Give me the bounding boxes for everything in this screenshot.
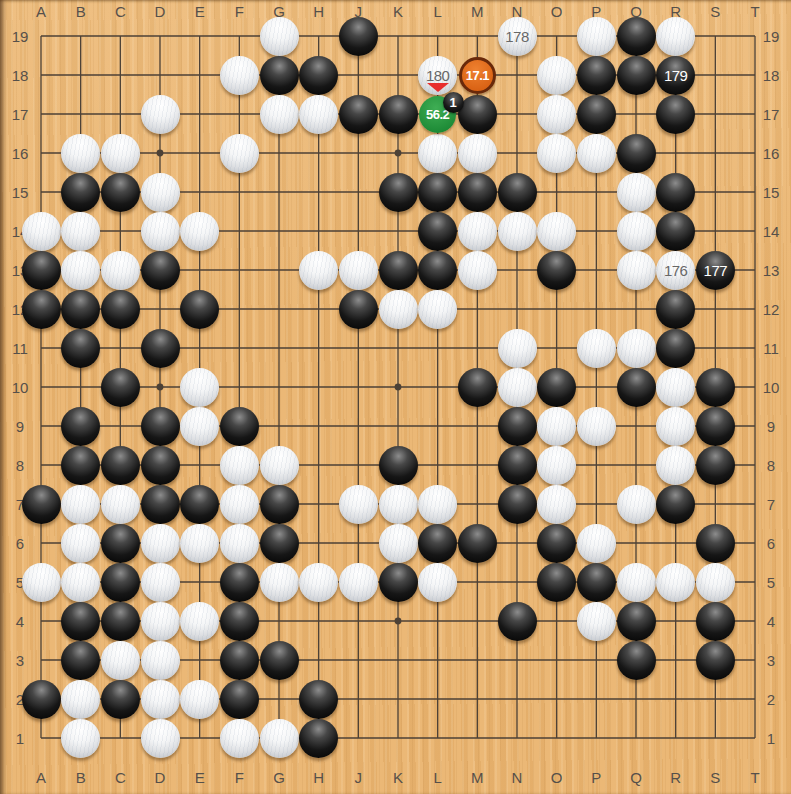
move-number-180: 180 xyxy=(418,56,457,95)
coord-bottom-L: L xyxy=(433,769,441,786)
stone-black-H1 xyxy=(299,719,338,758)
coord-bottom-B: B xyxy=(76,769,86,786)
stone-white-G8 xyxy=(260,446,299,485)
stone-white-O18 xyxy=(537,56,576,95)
stone-white-K12 xyxy=(379,290,418,329)
stone-black-K8 xyxy=(379,446,418,485)
ai-suggestion-M18[interactable]: 17.1 xyxy=(459,57,496,94)
stone-black-Q3 xyxy=(617,641,656,680)
stone-black-C4 xyxy=(101,602,140,641)
stone-white-M16 xyxy=(458,134,497,173)
move-number-177: 177 xyxy=(696,251,735,290)
stone-black-O10 xyxy=(537,368,576,407)
stone-white-O16 xyxy=(537,134,576,173)
stone-black-D7 xyxy=(141,485,180,524)
coord-right-16: 16 xyxy=(763,145,780,162)
coord-bottom-M: M xyxy=(471,769,484,786)
stone-black-P5 xyxy=(577,563,616,602)
coord-top-L: L xyxy=(433,3,441,20)
coord-left-18: 18 xyxy=(12,67,29,84)
move-number-179: 179 xyxy=(656,56,695,95)
stone-white-S5 xyxy=(696,563,735,602)
stone-white-C16 xyxy=(101,134,140,173)
stone-white-L16 xyxy=(418,134,457,173)
stone-white-G5 xyxy=(260,563,299,602)
stone-black-A2 xyxy=(22,680,61,719)
stone-black-B12 xyxy=(61,290,100,329)
coord-right-3: 3 xyxy=(767,652,775,669)
stone-black-M15 xyxy=(458,173,497,212)
coord-right-7: 7 xyxy=(767,496,775,513)
stone-white-D15 xyxy=(141,173,180,212)
coord-top-H: H xyxy=(313,3,324,20)
ai-suggestion-value: 17.1 xyxy=(466,68,489,83)
stone-black-J17 xyxy=(339,95,378,134)
stone-black-F3 xyxy=(220,641,259,680)
stone-black-G3 xyxy=(260,641,299,680)
coord-top-S: S xyxy=(710,3,720,20)
coord-right-10: 10 xyxy=(763,379,780,396)
coord-right-5: 5 xyxy=(767,574,775,591)
stone-white-C7 xyxy=(101,485,140,524)
stone-black-E12 xyxy=(180,290,219,329)
stone-white-B13 xyxy=(61,251,100,290)
coord-right-6: 6 xyxy=(767,535,775,552)
coord-left-15: 15 xyxy=(12,184,29,201)
coord-right-4: 4 xyxy=(767,613,775,630)
coord-bottom-H: H xyxy=(313,769,324,786)
stone-white-Q15 xyxy=(617,173,656,212)
coord-bottom-J: J xyxy=(355,769,363,786)
coord-left-4: 4 xyxy=(16,613,24,630)
stone-black-R12 xyxy=(656,290,695,329)
stone-black-L14 xyxy=(418,212,457,251)
coord-left-1: 1 xyxy=(16,730,24,747)
coord-bottom-D: D xyxy=(155,769,166,786)
stone-black-B3 xyxy=(61,641,100,680)
stone-black-B8 xyxy=(61,446,100,485)
stone-white-R13: 176 xyxy=(656,251,695,290)
coord-right-19: 19 xyxy=(763,28,780,45)
stone-white-Q11 xyxy=(617,329,656,368)
stone-white-K6 xyxy=(379,524,418,563)
stone-black-E7 xyxy=(180,485,219,524)
coord-bottom-G: G xyxy=(273,769,285,786)
stone-black-R18: 179 xyxy=(656,56,695,95)
stone-white-D5 xyxy=(141,563,180,602)
coord-right-18: 18 xyxy=(763,67,780,84)
stone-black-R15 xyxy=(656,173,695,212)
stone-white-H13 xyxy=(299,251,338,290)
coord-top-A: A xyxy=(36,3,46,20)
stone-white-J13 xyxy=(339,251,378,290)
coord-right-11: 11 xyxy=(763,340,779,357)
coord-bottom-R: R xyxy=(670,769,681,786)
coord-bottom-S: S xyxy=(710,769,720,786)
stone-white-L5 xyxy=(418,563,457,602)
stone-black-K17 xyxy=(379,95,418,134)
stone-white-C13 xyxy=(101,251,140,290)
stone-white-O14 xyxy=(537,212,576,251)
stone-white-R19 xyxy=(656,17,695,56)
stone-black-P17 xyxy=(577,95,616,134)
coord-right-17: 17 xyxy=(763,106,780,123)
coord-left-9: 9 xyxy=(16,418,24,435)
stone-white-P4 xyxy=(577,602,616,641)
stone-white-L18: 180 xyxy=(418,56,457,95)
stone-black-R11 xyxy=(656,329,695,368)
stone-white-F8 xyxy=(220,446,259,485)
stone-black-C8 xyxy=(101,446,140,485)
stone-black-C6 xyxy=(101,524,140,563)
stone-black-F9 xyxy=(220,407,259,446)
stone-white-A14 xyxy=(22,212,61,251)
coord-bottom-N: N xyxy=(512,769,523,786)
coord-top-D: D xyxy=(155,3,166,20)
stone-black-A7 xyxy=(22,485,61,524)
stone-black-S13: 177 xyxy=(696,251,735,290)
stone-white-N11 xyxy=(498,329,537,368)
stone-black-R17 xyxy=(656,95,695,134)
stone-black-M17 xyxy=(458,95,497,134)
coord-bottom-E: E xyxy=(195,769,205,786)
stone-white-B2 xyxy=(61,680,100,719)
stone-white-P6 xyxy=(577,524,616,563)
stone-black-B11 xyxy=(61,329,100,368)
stone-black-N7 xyxy=(498,485,537,524)
coord-top-C: C xyxy=(115,3,126,20)
stone-white-G17 xyxy=(260,95,299,134)
stone-black-D8 xyxy=(141,446,180,485)
coord-bottom-F: F xyxy=(235,769,244,786)
stone-black-L13 xyxy=(418,251,457,290)
go-board[interactable]: AABBCCDDEEFFGGHHJJKKLLMMNNOOPPQQRRSSTT19… xyxy=(0,0,791,794)
coord-right-12: 12 xyxy=(763,301,780,318)
stone-white-B7 xyxy=(61,485,100,524)
stone-black-K13 xyxy=(379,251,418,290)
coord-left-10: 10 xyxy=(12,379,29,396)
coord-left-8: 8 xyxy=(16,457,24,474)
stone-white-Q7 xyxy=(617,485,656,524)
coord-bottom-C: C xyxy=(115,769,126,786)
coord-left-11: 11 xyxy=(12,340,28,357)
stone-white-B16 xyxy=(61,134,100,173)
stone-white-Q5 xyxy=(617,563,656,602)
stone-black-O5 xyxy=(537,563,576,602)
coord-bottom-O: O xyxy=(551,769,563,786)
stone-white-Q14 xyxy=(617,212,656,251)
stone-black-H18 xyxy=(299,56,338,95)
stone-white-N14 xyxy=(498,212,537,251)
stone-white-D14 xyxy=(141,212,180,251)
coord-left-16: 16 xyxy=(12,145,29,162)
stone-black-Q18 xyxy=(617,56,656,95)
stone-white-P9 xyxy=(577,407,616,446)
stone-white-P19 xyxy=(577,17,616,56)
stone-black-G6 xyxy=(260,524,299,563)
coord-right-9: 9 xyxy=(767,418,775,435)
stone-black-J19 xyxy=(339,17,378,56)
coord-bottom-A: A xyxy=(36,769,46,786)
stone-black-B4 xyxy=(61,602,100,641)
stone-black-N9 xyxy=(498,407,537,446)
stone-black-Q16 xyxy=(617,134,656,173)
stone-white-R10 xyxy=(656,368,695,407)
stone-black-O13 xyxy=(537,251,576,290)
stone-white-L12 xyxy=(418,290,457,329)
stone-white-N10 xyxy=(498,368,537,407)
coord-right-1: 1 xyxy=(767,730,775,747)
stone-black-Q10 xyxy=(617,368,656,407)
stone-white-F18 xyxy=(220,56,259,95)
stone-black-J12 xyxy=(339,290,378,329)
stone-white-O7 xyxy=(537,485,576,524)
stone-white-R9 xyxy=(656,407,695,446)
variation-move-1-stone: 1 xyxy=(443,92,464,113)
stone-white-B1 xyxy=(61,719,100,758)
stone-white-A5 xyxy=(22,563,61,602)
stone-white-B5 xyxy=(61,563,100,602)
stone-black-F2 xyxy=(220,680,259,719)
stone-white-D1 xyxy=(141,719,180,758)
stone-black-K5 xyxy=(379,563,418,602)
move-number-176: 176 xyxy=(656,251,695,290)
stone-black-L6 xyxy=(418,524,457,563)
stone-white-M14 xyxy=(458,212,497,251)
stone-black-M10 xyxy=(458,368,497,407)
stone-white-F16 xyxy=(220,134,259,173)
stone-black-A13 xyxy=(22,251,61,290)
stone-black-C5 xyxy=(101,563,140,602)
stone-black-B9 xyxy=(61,407,100,446)
stone-black-R7 xyxy=(656,485,695,524)
coord-right-15: 15 xyxy=(763,184,780,201)
stone-white-C3 xyxy=(101,641,140,680)
stone-white-H17 xyxy=(299,95,338,134)
stone-black-F5 xyxy=(220,563,259,602)
coord-top-M: M xyxy=(471,3,484,20)
stone-black-S6 xyxy=(696,524,735,563)
coord-left-17: 17 xyxy=(12,106,29,123)
stone-white-O9 xyxy=(537,407,576,446)
stone-white-F1 xyxy=(220,719,259,758)
stone-black-M6 xyxy=(458,524,497,563)
stone-white-E9 xyxy=(180,407,219,446)
stone-black-L15 xyxy=(418,173,457,212)
stone-black-S4 xyxy=(696,602,735,641)
coord-top-K: K xyxy=(393,3,403,20)
stone-black-F4 xyxy=(220,602,259,641)
stone-black-C12 xyxy=(101,290,140,329)
stone-black-Q19 xyxy=(617,17,656,56)
stone-white-R8 xyxy=(656,446,695,485)
stone-black-R14 xyxy=(656,212,695,251)
coord-top-E: E xyxy=(195,3,205,20)
stone-white-D4 xyxy=(141,602,180,641)
stone-black-D13 xyxy=(141,251,180,290)
coord-top-T: T xyxy=(750,3,759,20)
stone-black-D9 xyxy=(141,407,180,446)
coord-left-19: 19 xyxy=(12,28,29,45)
coord-bottom-Q: Q xyxy=(630,769,642,786)
stone-black-S10 xyxy=(696,368,735,407)
stone-white-E4 xyxy=(180,602,219,641)
stone-white-D6 xyxy=(141,524,180,563)
stone-white-E2 xyxy=(180,680,219,719)
stone-white-N19: 178 xyxy=(498,17,537,56)
coord-top-B: B xyxy=(76,3,86,20)
stone-white-P16 xyxy=(577,134,616,173)
stone-black-H2 xyxy=(299,680,338,719)
coord-bottom-K: K xyxy=(393,769,403,786)
stone-white-F6 xyxy=(220,524,259,563)
stone-white-Q13 xyxy=(617,251,656,290)
stone-white-D17 xyxy=(141,95,180,134)
stone-black-N15 xyxy=(498,173,537,212)
coord-left-3: 3 xyxy=(16,652,24,669)
stone-white-L7 xyxy=(418,485,457,524)
coord-top-O: O xyxy=(551,3,563,20)
stone-white-E10 xyxy=(180,368,219,407)
stone-white-B14 xyxy=(61,212,100,251)
coord-bottom-P: P xyxy=(591,769,601,786)
stone-white-J5 xyxy=(339,563,378,602)
stone-black-K15 xyxy=(379,173,418,212)
stone-white-K7 xyxy=(379,485,418,524)
stone-white-J7 xyxy=(339,485,378,524)
coord-bottom-T: T xyxy=(750,769,759,786)
stone-black-B15 xyxy=(61,173,100,212)
stone-black-G18 xyxy=(260,56,299,95)
stone-white-O17 xyxy=(537,95,576,134)
coord-right-14: 14 xyxy=(763,223,780,240)
stone-white-G1 xyxy=(260,719,299,758)
stone-white-E6 xyxy=(180,524,219,563)
stone-white-O8 xyxy=(537,446,576,485)
stone-black-P18 xyxy=(577,56,616,95)
stone-black-S8 xyxy=(696,446,735,485)
stone-white-G19 xyxy=(260,17,299,56)
stone-white-F7 xyxy=(220,485,259,524)
stone-black-S3 xyxy=(696,641,735,680)
stone-white-P11 xyxy=(577,329,616,368)
stone-white-H5 xyxy=(299,563,338,602)
stone-black-O6 xyxy=(537,524,576,563)
coord-right-13: 13 xyxy=(763,262,780,279)
stone-black-N4 xyxy=(498,602,537,641)
stone-black-G7 xyxy=(260,485,299,524)
stone-black-A12 xyxy=(22,290,61,329)
stone-white-R5 xyxy=(656,563,695,602)
stone-black-C2 xyxy=(101,680,140,719)
move-number-178: 178 xyxy=(498,17,537,56)
stone-black-C10 xyxy=(101,368,140,407)
stone-black-S9 xyxy=(696,407,735,446)
stone-black-N8 xyxy=(498,446,537,485)
stone-white-M13 xyxy=(458,251,497,290)
stone-black-C15 xyxy=(101,173,140,212)
coord-right-8: 8 xyxy=(767,457,775,474)
coord-left-6: 6 xyxy=(16,535,24,552)
stone-white-D3 xyxy=(141,641,180,680)
stone-white-D2 xyxy=(141,680,180,719)
stone-black-Q4 xyxy=(617,602,656,641)
coord-right-2: 2 xyxy=(767,691,775,708)
coord-top-F: F xyxy=(235,3,244,20)
stone-white-B6 xyxy=(61,524,100,563)
stone-black-D11 xyxy=(141,329,180,368)
stone-white-E14 xyxy=(180,212,219,251)
